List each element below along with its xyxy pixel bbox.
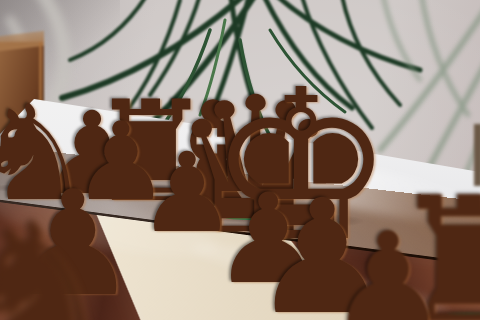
pieces-layer: ♟♞♜♟♝♛♚♟♟♟♟♜♟♞ xyxy=(0,0,480,320)
piece-black-knight-g8[interactable]: ♞ xyxy=(0,201,115,320)
piece-black-pawn-f7[interactable]: ♟ xyxy=(328,215,448,320)
photo-scene: ♟♞♜♟♝♛♚♟♟♟♟♜♟♞ xyxy=(0,0,480,320)
